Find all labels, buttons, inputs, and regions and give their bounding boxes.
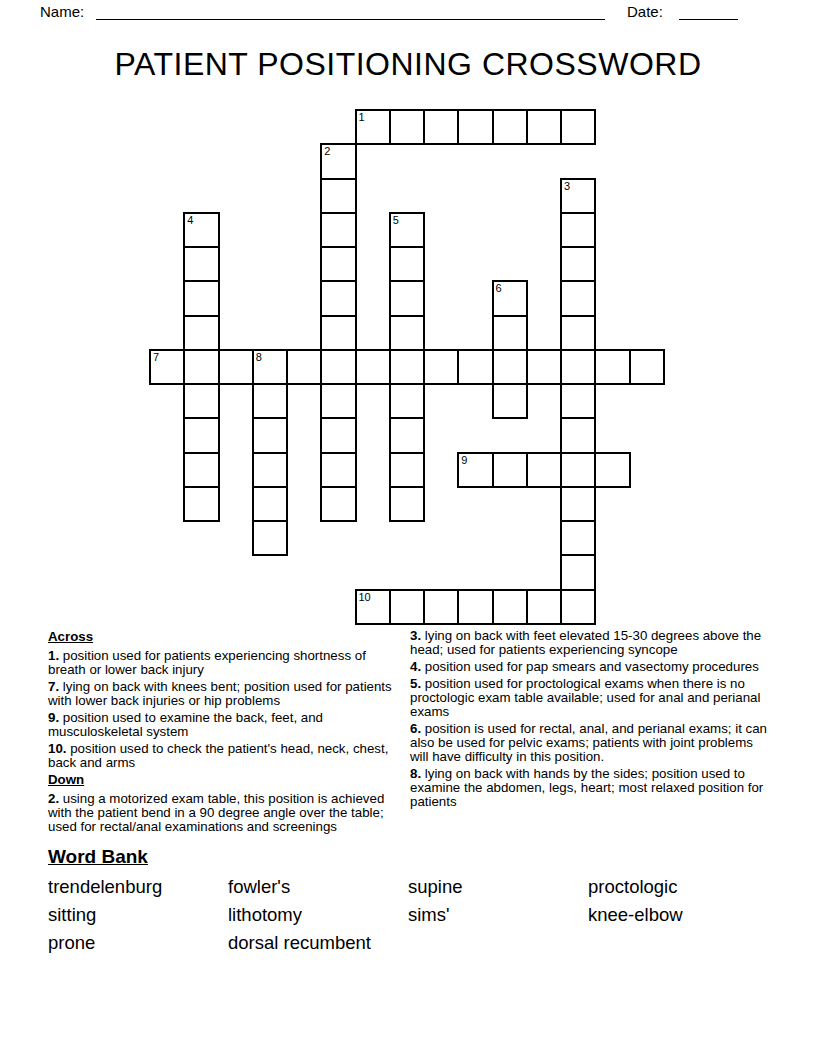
grid-cell-r9-c4[interactable] [252, 383, 288, 419]
cell-number-6: 6 [496, 282, 502, 295]
across-clue-list: 1. position used for patients experienci… [48, 649, 396, 770]
grid-cell-r11-c4[interactable] [252, 452, 288, 488]
clue-down-2: 2. using a motorized exam table, this po… [48, 792, 396, 834]
grid-cell-r8-c11[interactable] [492, 349, 528, 385]
grid-cell-r1-c10[interactable] [457, 109, 493, 145]
word-bank-word-sims: sims' [408, 901, 588, 929]
clue-number-label: 7. [48, 679, 59, 694]
grid-cell-r9-c2[interactable] [183, 383, 219, 419]
grid-cell-r8-c6[interactable] [320, 349, 356, 385]
grid-cell-r9-c13[interactable] [560, 383, 596, 419]
word-bank-header: Word Bank [48, 846, 148, 868]
grid-cell-r11-c6[interactable] [320, 452, 356, 488]
clue-number-label: 4. [410, 659, 421, 674]
grid-cell-r5-c13[interactable] [560, 246, 596, 282]
grid-cell-r10-c2[interactable] [183, 417, 219, 453]
grid-cell-r2-c6[interactable]: 2 [320, 143, 356, 179]
grid-cell-r10-c8[interactable] [389, 417, 425, 453]
clue-number-label: 3. [410, 628, 421, 643]
grid-cell-r8-c7[interactable] [355, 349, 391, 385]
grid-cell-r8-c5[interactable] [286, 349, 322, 385]
word-bank-list: trendelenburgfowler'ssupineproctologicsi… [48, 873, 768, 957]
clue-down-5: 5. position used for proctological exams… [410, 677, 774, 719]
cell-number-9: 9 [461, 454, 467, 467]
grid-cell-r15-c7[interactable]: 10 [355, 589, 391, 625]
grid-cell-r8-c10[interactable] [457, 349, 493, 385]
grid-cell-r6-c11[interactable]: 6 [492, 280, 528, 316]
grid-cell-r3-c6[interactable] [320, 178, 356, 214]
grid-cell-r10-c6[interactable] [320, 417, 356, 453]
grid-cell-r1-c12[interactable] [526, 109, 562, 145]
clue-across-9: 9. position used to examine the back, fe… [48, 711, 396, 739]
clue-number-label: 8. [410, 766, 421, 781]
word-bank-word-trendelenburg: trendelenburg [48, 873, 228, 901]
clue-across-7: 7. lying on back with knees bent; positi… [48, 680, 396, 708]
grid-cell-r11-c14[interactable] [594, 452, 630, 488]
word-bank-word-sitting: sitting [48, 901, 228, 929]
grid-cell-r1-c9[interactable] [423, 109, 459, 145]
grid-cell-r8-c13[interactable] [560, 349, 596, 385]
grid-cell-r15-c10[interactable] [457, 589, 493, 625]
grid-cell-r12-c6[interactable] [320, 486, 356, 522]
cell-number-3: 3 [564, 180, 570, 193]
date-label: Date: [627, 4, 663, 20]
grid-cell-r1-c13[interactable] [560, 109, 596, 145]
grid-cell-r3-c13[interactable]: 3 [560, 178, 596, 214]
grid-cell-r13-c13[interactable] [560, 520, 596, 556]
word-bank-word-prone: prone [48, 929, 228, 957]
grid-cell-r4-c2[interactable]: 4 [183, 212, 219, 248]
grid-cell-r6-c8[interactable] [389, 280, 425, 316]
across-header: Across [48, 630, 396, 644]
grid-cell-r12-c8[interactable] [389, 486, 425, 522]
clue-down-6: 6. position is used for rectal, anal, an… [410, 722, 774, 764]
grid-cell-r1-c8[interactable] [389, 109, 425, 145]
word-bank-word-fowlers: fowler's [228, 873, 408, 901]
grid-cell-r11-c13[interactable] [560, 452, 596, 488]
grid-cell-r7-c8[interactable] [389, 315, 425, 351]
word-bank-word-proctologic: proctologic [588, 873, 768, 901]
grid-cell-r8-c1[interactable]: 7 [149, 349, 185, 385]
clue-across-1: 1. position used for patients experienci… [48, 649, 396, 677]
grid-cell-r6-c13[interactable] [560, 280, 596, 316]
grid-cell-r8-c4[interactable]: 8 [252, 349, 288, 385]
grid-cell-r4-c8[interactable]: 5 [389, 212, 425, 248]
grid-cell-r8-c2[interactable] [183, 349, 219, 385]
cell-number-1: 1 [359, 111, 365, 124]
grid-cell-r13-c4[interactable] [252, 520, 288, 556]
grid-cell-r6-c6[interactable] [320, 280, 356, 316]
grid-cell-r5-c2[interactable] [183, 246, 219, 282]
word-bank-word-lithotomy: lithotomy [228, 901, 408, 929]
grid-cell-r8-c14[interactable] [594, 349, 630, 385]
cell-number-5: 5 [393, 214, 399, 227]
cell-number-4: 4 [187, 214, 193, 227]
grid-cell-r9-c6[interactable] [320, 383, 356, 419]
down-clue-list-right: 3. lying on back with feet elevated 15-3… [410, 629, 774, 809]
grid-cell-r12-c13[interactable] [560, 486, 596, 522]
grid-cell-r9-c11[interactable] [492, 383, 528, 419]
page-title: PATIENT POSITIONING CROSSWORD [0, 46, 816, 83]
clue-number-label: 1. [48, 648, 59, 663]
clue-number-label: 6. [410, 721, 421, 736]
grid-cell-r7-c6[interactable] [320, 315, 356, 351]
clues-left-column: Across 1. position used for patients exp… [48, 627, 396, 837]
grid-cell-r7-c2[interactable] [183, 315, 219, 351]
grid-cell-r15-c12[interactable] [526, 589, 562, 625]
clue-number-label: 2. [48, 791, 59, 806]
cell-number-10: 10 [359, 591, 371, 604]
word-bank-word-dorsalrecumbent: dorsal recumbent [228, 929, 408, 957]
grid-cell-r12-c2[interactable] [183, 486, 219, 522]
grid-cell-r8-c3[interactable] [218, 349, 254, 385]
down-clue-list-left: 2. using a motorized exam table, this po… [48, 792, 396, 834]
clue-down-8: 8. lying on back with hands by the sides… [410, 767, 774, 809]
clue-down-3: 3. lying on back with feet elevated 15-3… [410, 629, 774, 657]
grid-cell-r10-c4[interactable] [252, 417, 288, 453]
grid-cell-r9-c8[interactable] [389, 383, 425, 419]
clue-down-4: 4. position used for pap smears and vase… [410, 660, 774, 674]
clue-number-label: 10. [48, 741, 67, 756]
word-bank-word-kneeelbow: knee-elbow [588, 901, 768, 929]
grid-cell-r15-c13[interactable] [560, 589, 596, 625]
clue-number-label: 9. [48, 710, 59, 725]
grid-cell-r6-c2[interactable] [183, 280, 219, 316]
cell-number-2: 2 [324, 145, 330, 158]
grid-cell-r15-c11[interactable] [492, 589, 528, 625]
cell-number-7: 7 [153, 351, 159, 364]
grid-cell-r7-c11[interactable] [492, 315, 528, 351]
grid-cell-r15-c8[interactable] [389, 589, 425, 625]
grid-cell-r8-c8[interactable] [389, 349, 425, 385]
crossword-grid: 12345678910 [150, 110, 666, 626]
grid-cell-r8-c15[interactable] [629, 349, 665, 385]
grid-cell-r11-c2[interactable] [183, 452, 219, 488]
grid-cell-r7-c13[interactable] [560, 315, 596, 351]
grid-cell-r4-c13[interactable] [560, 212, 596, 248]
date-input-line[interactable] [679, 19, 738, 20]
grid-cell-r1-c11[interactable] [492, 109, 528, 145]
clue-across-10: 10. position used to check the patient's… [48, 742, 396, 770]
grid-cell-r1-c7[interactable]: 1 [355, 109, 391, 145]
grid-cell-r11-c10[interactable]: 9 [457, 452, 493, 488]
grid-cell-r15-c9[interactable] [423, 589, 459, 625]
grid-cell-r10-c13[interactable] [560, 417, 596, 453]
grid-cell-r8-c12[interactable] [526, 349, 562, 385]
cell-number-8: 8 [256, 351, 262, 364]
grid-cell-r8-c9[interactable] [423, 349, 459, 385]
word-bank-word-supine: supine [408, 873, 588, 901]
name-label: Name: [40, 4, 84, 20]
clue-number-label: 5. [410, 676, 421, 691]
grid-cell-r11-c11[interactable] [492, 452, 528, 488]
grid-cell-r5-c6[interactable] [320, 246, 356, 282]
grid-cell-r11-c8[interactable] [389, 452, 425, 488]
grid-cell-r4-c6[interactable] [320, 212, 356, 248]
down-header: Down [48, 773, 396, 787]
grid-cell-r12-c4[interactable] [252, 486, 288, 522]
name-input-line[interactable] [96, 19, 605, 20]
grid-cell-r14-c13[interactable] [560, 554, 596, 590]
grid-cell-r5-c8[interactable] [389, 246, 425, 282]
clues-right-column: 3. lying on back with feet elevated 15-3… [410, 629, 774, 812]
grid-cell-r11-c12[interactable] [526, 452, 562, 488]
